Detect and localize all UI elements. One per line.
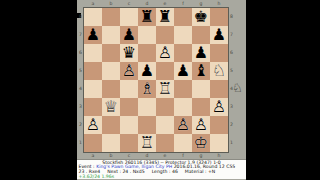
- square-f8[interactable]: [174, 8, 192, 26]
- square-e5[interactable]: [156, 62, 174, 80]
- square-h3[interactable]: ♙: [210, 98, 228, 116]
- square-g4[interactable]: [192, 80, 210, 98]
- square-h5[interactable]: ♘: [210, 62, 228, 80]
- square-c4[interactable]: [120, 80, 138, 98]
- info-panel: Stockfish 260116 (3345) -- Protector 1.9…: [77, 159, 246, 179]
- square-f5[interactable]: ♟: [174, 62, 192, 80]
- square-a5[interactable]: [84, 62, 102, 80]
- square-c2[interactable]: [120, 116, 138, 134]
- chess-gui: abcdefgh 87654321 ♜♜♚♟♟♟♛♙♟♙♟♟♝♘♗♖♕♙♙♙♙♖…: [77, 0, 246, 180]
- square-h1[interactable]: [210, 134, 228, 152]
- square-g2[interactable]: ♙: [192, 116, 210, 134]
- square-c5[interactable]: ♙: [120, 62, 138, 80]
- white-pawn-a2[interactable]: ♙: [84, 116, 102, 134]
- black-pawn-g6[interactable]: ♟: [192, 44, 210, 62]
- black-bishop-g5[interactable]: ♝: [192, 62, 210, 80]
- square-a3[interactable]: [84, 98, 102, 116]
- square-b4[interactable]: [102, 80, 120, 98]
- square-b8[interactable]: [102, 8, 120, 26]
- square-f1[interactable]: [174, 134, 192, 152]
- white-rook-e4[interactable]: ♖: [156, 80, 174, 98]
- square-f7[interactable]: [174, 26, 192, 44]
- white-pawn-g2[interactable]: ♙: [192, 116, 210, 134]
- white-pawn-h3[interactable]: ♙: [210, 98, 228, 116]
- black-rook-e8[interactable]: ♜: [156, 8, 174, 26]
- white-king-g1[interactable]: ♔: [192, 134, 210, 152]
- square-e4[interactable]: ♖: [156, 80, 174, 98]
- square-d8[interactable]: ♜: [138, 8, 156, 26]
- material-knight-icon: ♘: [232, 81, 243, 95]
- white-knight-h5[interactable]: ♘: [210, 62, 228, 80]
- square-h6[interactable]: [210, 44, 228, 62]
- square-c6[interactable]: ♛: [120, 44, 138, 62]
- square-e1[interactable]: [156, 134, 174, 152]
- square-b7[interactable]: [102, 26, 120, 44]
- square-f2[interactable]: ♙: [174, 116, 192, 134]
- square-a7[interactable]: ♟: [84, 26, 102, 44]
- square-g7[interactable]: [192, 26, 210, 44]
- black-queen-c6[interactable]: ♛: [120, 44, 138, 62]
- square-c1[interactable]: [120, 134, 138, 152]
- square-b5[interactable]: [102, 62, 120, 80]
- square-f6[interactable]: [174, 44, 192, 62]
- square-c8[interactable]: [120, 8, 138, 26]
- square-b2[interactable]: [102, 116, 120, 134]
- square-a1[interactable]: [84, 134, 102, 152]
- square-b1[interactable]: [102, 134, 120, 152]
- white-pawn-f2[interactable]: ♙: [174, 116, 192, 134]
- white-pawn-e6[interactable]: ♙: [156, 44, 174, 62]
- square-h2[interactable]: [210, 116, 228, 134]
- square-a8[interactable]: [84, 8, 102, 26]
- video-frame: abcdefgh 87654321 ♜♜♚♟♟♟♛♙♟♙♟♟♝♘♗♖♕♙♙♙♙♖…: [0, 0, 320, 180]
- rank-labels-right: 87654321: [229, 7, 234, 151]
- square-h4[interactable]: [210, 80, 228, 98]
- black-pawn-d5[interactable]: ♟: [138, 62, 156, 80]
- square-e6[interactable]: ♙: [156, 44, 174, 62]
- black-pawn-c7[interactable]: ♟: [120, 26, 138, 44]
- square-d6[interactable]: [138, 44, 156, 62]
- game-length: Length : 46: [152, 170, 178, 175]
- rank-label-3: 3: [229, 97, 234, 115]
- square-a4[interactable]: [84, 80, 102, 98]
- square-h8[interactable]: [210, 8, 228, 26]
- square-e8[interactable]: ♜: [156, 8, 174, 26]
- square-b6[interactable]: [102, 44, 120, 62]
- white-bishop-d4[interactable]: ♗: [138, 80, 156, 98]
- square-d7[interactable]: [138, 26, 156, 44]
- square-h7[interactable]: ♟: [210, 26, 228, 44]
- square-d4[interactable]: ♗: [138, 80, 156, 98]
- square-d5[interactable]: ♟: [138, 62, 156, 80]
- black-pawn-f5[interactable]: ♟: [174, 62, 192, 80]
- black-pawn-h7[interactable]: ♟: [210, 26, 228, 44]
- square-g8[interactable]: ♚: [192, 8, 210, 26]
- rank-label-6: 6: [229, 43, 234, 61]
- white-pawn-c5[interactable]: ♙: [120, 62, 138, 80]
- square-d3[interactable]: [138, 98, 156, 116]
- square-d1[interactable]: ♖: [138, 134, 156, 152]
- square-b3[interactable]: ♕: [102, 98, 120, 116]
- rank-label-7: 7: [229, 25, 234, 43]
- white-rook-d1[interactable]: ♖: [138, 134, 156, 152]
- square-a2[interactable]: ♙: [84, 116, 102, 134]
- square-f4[interactable]: [174, 80, 192, 98]
- material-balance: Material : +N: [185, 170, 215, 175]
- square-e2[interactable]: [156, 116, 174, 134]
- square-a6[interactable]: [84, 44, 102, 62]
- black-king-g8[interactable]: ♚: [192, 8, 210, 26]
- rank-label-2: 2: [229, 115, 234, 133]
- white-queen-b3[interactable]: ♕: [102, 98, 120, 116]
- rank-label-1: 1: [229, 133, 234, 151]
- black-pawn-a7[interactable]: ♟: [84, 26, 102, 44]
- engine-eval: +3.62/24 1.96s: [77, 175, 246, 179]
- square-e7[interactable]: [156, 26, 174, 44]
- chess-board[interactable]: ♜♜♚♟♟♟♛♙♟♙♟♟♝♘♗♖♕♙♙♙♙♖♔: [83, 7, 229, 153]
- black-rook-d8[interactable]: ♜: [138, 8, 156, 26]
- square-g5[interactable]: ♝: [192, 62, 210, 80]
- square-g1[interactable]: ♔: [192, 134, 210, 152]
- square-c7[interactable]: ♟: [120, 26, 138, 44]
- square-g3[interactable]: [192, 98, 210, 116]
- rank-label-5: 5: [229, 61, 234, 79]
- square-e3[interactable]: [156, 98, 174, 116]
- square-c3[interactable]: [120, 98, 138, 116]
- rank-label-8: 8: [229, 7, 234, 25]
- square-f3[interactable]: [174, 98, 192, 116]
- square-d2[interactable]: [138, 116, 156, 134]
- square-g6[interactable]: ♟: [192, 44, 210, 62]
